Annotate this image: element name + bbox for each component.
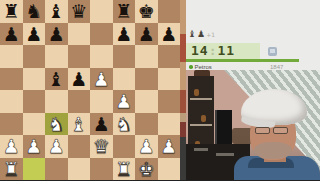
piece-white-pawn[interactable]: ♟ (0, 135, 23, 158)
square-g2[interactable]: ♟ (135, 135, 158, 158)
black-binder (215, 110, 232, 144)
piece-black-pawn[interactable]: ♟ (90, 113, 113, 136)
paper (194, 148, 208, 151)
square-d1[interactable] (68, 158, 91, 181)
square-d3[interactable]: ♝ (68, 113, 91, 136)
figurine (201, 115, 206, 122)
square-b8[interactable]: ♞ (23, 0, 46, 23)
square-e3[interactable]: ♟ (90, 113, 113, 136)
piece-white-bishop[interactable]: ♝ (68, 113, 91, 136)
piece-white-pawn[interactable]: ♟ (113, 90, 136, 113)
square-b5[interactable] (23, 68, 46, 91)
square-f8[interactable]: ♜ (113, 0, 136, 23)
square-f4[interactable]: ♟ (113, 90, 136, 113)
square-g4[interactable] (135, 90, 158, 113)
piece-black-pawn[interactable]: ♟ (113, 23, 136, 46)
square-b3[interactable] (23, 113, 46, 136)
square-h4[interactable] (158, 90, 181, 113)
square-e1[interactable] (90, 158, 113, 181)
square-e4[interactable] (90, 90, 113, 113)
piece-white-pawn[interactable]: ♟ (135, 135, 158, 158)
piece-black-king[interactable]: ♚ (135, 0, 158, 23)
square-e7[interactable] (90, 23, 113, 46)
piece-white-pawn[interactable]: ♟ (158, 135, 181, 158)
captured-pieces-tray: ♝♟+1 (188, 29, 215, 40)
square-a7[interactable]: ♟ (0, 23, 23, 46)
square-d4[interactable] (68, 90, 91, 113)
square-d5[interactable]: ♟ (68, 68, 91, 91)
square-a6[interactable] (0, 45, 23, 68)
square-b4[interactable] (23, 90, 46, 113)
person-glasses (253, 127, 293, 135)
square-e5[interactable]: ♟ (90, 68, 113, 91)
time-progress-bar (186, 59, 299, 62)
square-b6[interactable] (23, 45, 46, 68)
square-h1[interactable] (158, 158, 181, 181)
square-g6[interactable] (135, 45, 158, 68)
square-g1[interactable]: ♚ (135, 158, 158, 181)
piece-white-knight[interactable]: ♞ (113, 113, 136, 136)
square-h6[interactable] (158, 45, 181, 68)
square-g5[interactable] (135, 68, 158, 91)
captured-bishop-icon: ♝ (188, 29, 197, 39)
paper (216, 153, 234, 156)
piece-black-rook[interactable]: ♜ (0, 0, 23, 23)
square-f7[interactable]: ♟ (113, 23, 136, 46)
square-b7[interactable]: ♟ (23, 23, 46, 46)
material-advantage: +1 (206, 31, 215, 38)
square-e6[interactable] (90, 45, 113, 68)
piece-black-pawn[interactable]: ♟ (45, 23, 68, 46)
piece-white-queen[interactable]: ♛ (90, 135, 113, 158)
piece-black-bishop[interactable]: ♝ (45, 0, 68, 23)
piece-white-rook[interactable]: ♜ (113, 158, 136, 181)
right-panel: ♝♟+1 14:11 Petros 1847 (180, 0, 320, 180)
square-a5[interactable] (0, 68, 23, 91)
square-c6[interactable] (45, 45, 68, 68)
square-d7[interactable] (68, 23, 91, 46)
stream-frame: ♜♞♝♛♜♚♟♟♟♟♟♟♝♟♟♟♞♝♟♞♟♟♟♛♟♟♜♜♚ ♝♟+1 14:11… (0, 0, 320, 180)
webcam-feed (186, 70, 320, 180)
square-c2[interactable]: ♟ (45, 135, 68, 158)
square-h3[interactable] (158, 113, 181, 136)
square-g7[interactable]: ♟ (135, 23, 158, 46)
square-c5[interactable]: ♝ (45, 68, 68, 91)
square-a3[interactable] (0, 113, 23, 136)
person-beard-stubble (254, 142, 292, 159)
clock-seconds: 11 (217, 43, 235, 58)
square-h7[interactable]: ♟ (158, 23, 181, 46)
glass-shelf (190, 124, 212, 126)
captured-pawn-icon: ♟ (197, 29, 206, 39)
piece-black-pawn[interactable]: ♟ (23, 23, 46, 46)
player-name[interactable]: Petros (195, 64, 212, 70)
player-clock: 14:11 (186, 43, 260, 59)
glasses-lens (255, 127, 270, 134)
square-g3[interactable] (135, 113, 158, 136)
piece-black-pawn[interactable]: ♟ (135, 23, 158, 46)
clock-minutes: 14 (191, 43, 209, 58)
square-f1[interactable]: ♜ (113, 158, 136, 181)
piece-white-pawn[interactable]: ♟ (90, 68, 113, 91)
piece-black-knight[interactable]: ♞ (23, 0, 46, 23)
square-h8[interactable] (158, 0, 181, 23)
square-e2[interactable]: ♛ (90, 135, 113, 158)
square-a2[interactable]: ♟ (0, 135, 23, 158)
clock-side-button[interactable] (268, 47, 277, 56)
square-d2[interactable] (68, 135, 91, 158)
piece-black-bishop[interactable]: ♝ (45, 68, 68, 91)
square-h5[interactable] (158, 68, 181, 91)
square-d6[interactable] (68, 45, 91, 68)
piece-white-king[interactable]: ♚ (135, 158, 158, 181)
piece-black-rook[interactable]: ♜ (113, 0, 136, 23)
square-c3[interactable]: ♞ (45, 113, 68, 136)
glasses-lens (273, 127, 288, 134)
piece-black-pawn[interactable]: ♟ (68, 68, 91, 91)
strip-block (180, 0, 186, 34)
square-b1[interactable] (23, 158, 46, 181)
square-c4[interactable] (45, 90, 68, 113)
clock-colon: : (209, 43, 218, 58)
square-f6[interactable] (113, 45, 136, 68)
piece-white-rook[interactable]: ♜ (0, 158, 23, 181)
square-c8[interactable]: ♝ (45, 0, 68, 23)
square-e8[interactable] (90, 0, 113, 23)
square-d8[interactable]: ♛ (68, 0, 91, 23)
clock-side-icon (270, 49, 275, 53)
square-c1[interactable] (45, 158, 68, 181)
piece-white-pawn[interactable]: ♟ (45, 135, 68, 158)
square-f2[interactable] (113, 135, 136, 158)
square-c7[interactable]: ♟ (45, 23, 68, 46)
piece-white-pawn[interactable]: ♟ (23, 135, 46, 158)
glass-shelf (190, 98, 212, 100)
chess-board: ♜♞♝♛♜♚♟♟♟♟♟♟♝♟♟♟♞♝♟♞♟♟♟♛♟♟♜♜♚ (0, 0, 180, 180)
online-indicator-icon (189, 65, 193, 69)
square-a8[interactable]: ♜ (0, 0, 23, 23)
piece-black-pawn[interactable]: ♟ (158, 23, 181, 46)
square-a1[interactable]: ♜ (0, 158, 23, 181)
square-f5[interactable] (113, 68, 136, 91)
piece-white-knight[interactable]: ♞ (45, 113, 68, 136)
square-g8[interactable]: ♚ (135, 0, 158, 23)
square-f3[interactable]: ♞ (113, 113, 136, 136)
piece-black-pawn[interactable]: ♟ (0, 23, 23, 46)
square-b2[interactable]: ♟ (23, 135, 46, 158)
square-a4[interactable] (0, 90, 23, 113)
figurine (194, 89, 199, 96)
square-h2[interactable]: ♟ (158, 135, 181, 158)
piece-black-queen[interactable]: ♛ (68, 0, 91, 23)
